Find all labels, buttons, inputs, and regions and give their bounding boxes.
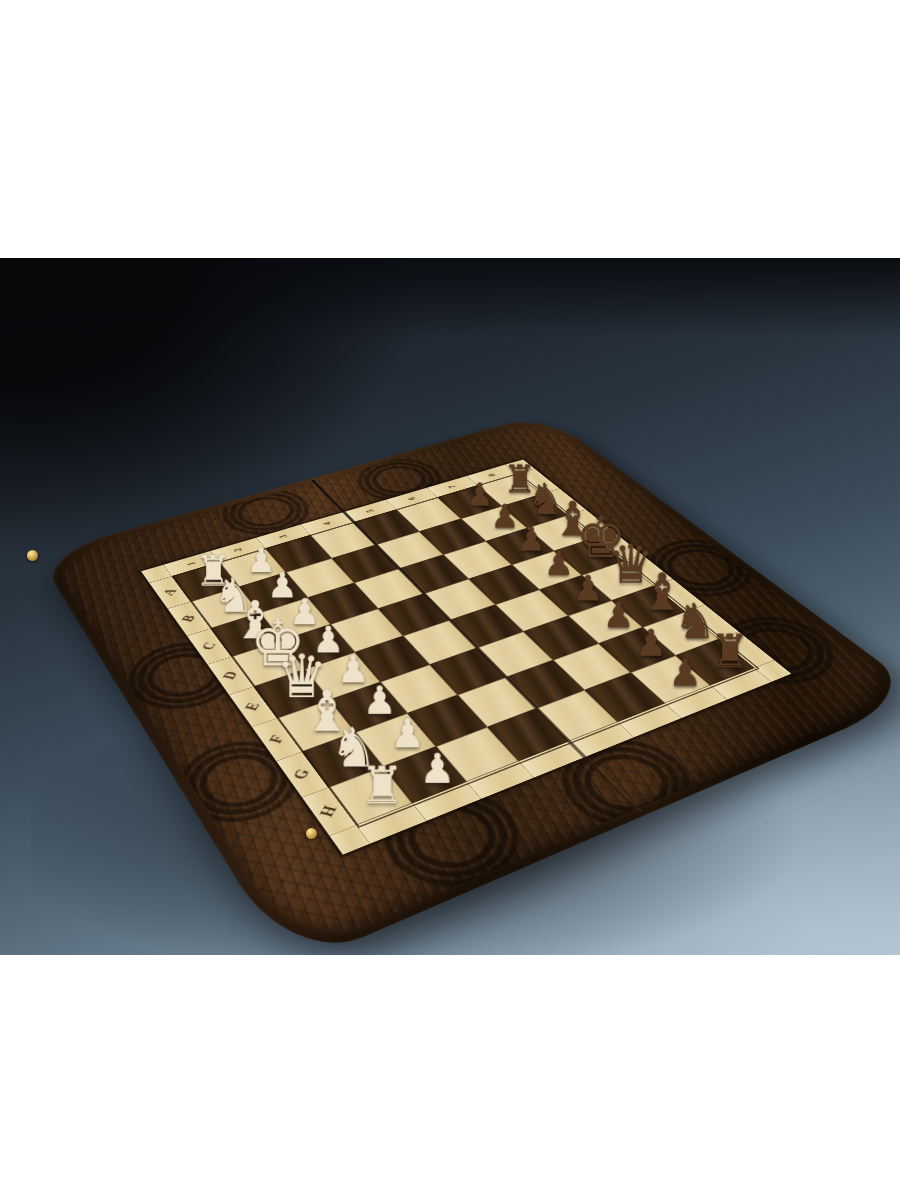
photo-backdrop: 12345678A♜♟♟♜B♞♟♟♞C♝♟♟♝D♚♟♟♚E♛♟♟♛F♝♟♟♝G♞… (0, 258, 900, 955)
black-pawn[interactable]: ♟ (657, 654, 714, 692)
hinge-pin-bottom (306, 828, 317, 839)
photo: 12345678A♜♟♟♜B♞♟♟♞C♝♟♟♝D♚♟♟♚E♛♟♟♛F♝♟♟♝G♞… (0, 0, 900, 1200)
white-margin-top (0, 0, 900, 258)
hinge-pin-left (27, 550, 38, 561)
white-rook[interactable]: ♜ (351, 760, 414, 811)
white-pawn[interactable]: ♟ (406, 749, 468, 790)
white-margin-bottom (0, 955, 900, 1200)
square-f5[interactable] (477, 632, 553, 678)
